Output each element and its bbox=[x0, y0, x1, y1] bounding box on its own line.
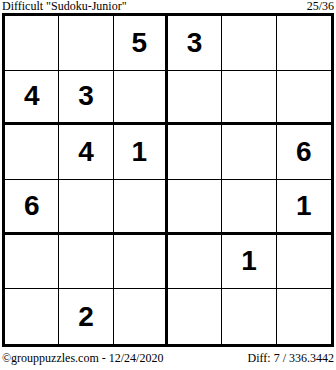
cell-r4c3-empty[interactable] bbox=[114, 180, 168, 235]
cell-r2c6-empty[interactable] bbox=[277, 71, 331, 126]
cell-r5c4-empty[interactable] bbox=[168, 235, 222, 290]
cell-r3c5-empty[interactable] bbox=[222, 125, 276, 180]
cell-r3c4-empty[interactable] bbox=[168, 125, 222, 180]
header: Difficult "Sudoku-Junior" 25/36 bbox=[0, 0, 336, 13]
cell-r6c3-empty[interactable] bbox=[114, 289, 168, 344]
cell-r4c2-empty[interactable] bbox=[59, 180, 113, 235]
difficulty-text: Diff: 7 / 336.3442 bbox=[248, 351, 334, 366]
cell-r2c2-given[interactable]: 3 bbox=[59, 71, 113, 126]
cell-r1c1-empty[interactable] bbox=[5, 16, 59, 71]
cell-r6c4-empty[interactable] bbox=[168, 289, 222, 344]
cell-r1c6-empty[interactable] bbox=[277, 16, 331, 71]
puzzle-page: Difficult "Sudoku-Junior" 25/36 53434166… bbox=[0, 0, 336, 370]
cell-r1c3-given[interactable]: 5 bbox=[114, 16, 168, 71]
sudoku-board: 53434166112 bbox=[2, 13, 334, 347]
cell-r5c5-given[interactable]: 1 bbox=[222, 235, 276, 290]
cell-r2c5-empty[interactable] bbox=[222, 71, 276, 126]
cell-r2c3-empty[interactable] bbox=[114, 71, 168, 126]
cell-r1c4-given[interactable]: 3 bbox=[168, 16, 222, 71]
cell-r4c6-given[interactable]: 1 bbox=[277, 180, 331, 235]
cell-r3c6-given[interactable]: 6 bbox=[277, 125, 331, 180]
cell-r6c6-empty[interactable] bbox=[277, 289, 331, 344]
cell-r4c4-empty[interactable] bbox=[168, 180, 222, 235]
cell-r6c2-given[interactable]: 2 bbox=[59, 289, 113, 344]
cell-r1c5-empty[interactable] bbox=[222, 16, 276, 71]
cell-r6c5-empty[interactable] bbox=[222, 289, 276, 344]
cell-r5c2-empty[interactable] bbox=[59, 235, 113, 290]
cell-r4c5-empty[interactable] bbox=[222, 180, 276, 235]
copyright-text: ©grouppuzzles.com - 12/24/2020 bbox=[2, 351, 163, 366]
cell-r2c4-empty[interactable] bbox=[168, 71, 222, 126]
cell-r3c3-given[interactable]: 1 bbox=[114, 125, 168, 180]
cell-r5c6-empty[interactable] bbox=[277, 235, 331, 290]
cell-r6c1-empty[interactable] bbox=[5, 289, 59, 344]
cell-r2c1-given[interactable]: 4 bbox=[5, 71, 59, 126]
cell-r4c1-given[interactable]: 6 bbox=[5, 180, 59, 235]
puzzle-title: Difficult "Sudoku-Junior" bbox=[2, 0, 127, 13]
footer: ©grouppuzzles.com - 12/24/2020 Diff: 7 /… bbox=[0, 347, 336, 370]
cell-r5c1-empty[interactable] bbox=[5, 235, 59, 290]
cell-r1c2-empty[interactable] bbox=[59, 16, 113, 71]
cell-r3c2-given[interactable]: 4 bbox=[59, 125, 113, 180]
cell-r5c3-empty[interactable] bbox=[114, 235, 168, 290]
cell-r3c1-empty[interactable] bbox=[5, 125, 59, 180]
clue-count: 25/36 bbox=[307, 0, 334, 13]
